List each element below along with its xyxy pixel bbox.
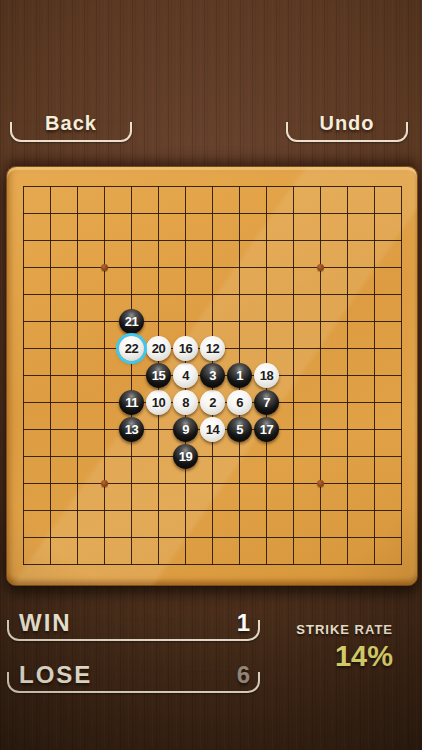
- stone-move-number: 13: [125, 422, 138, 437]
- stone-5-black: 5: [227, 417, 252, 442]
- star-point: [101, 264, 108, 271]
- back-button-bracket: [10, 122, 132, 142]
- game-screen: Back Undo 123456789101112131415161718192…: [0, 0, 422, 750]
- win-bracket: [7, 620, 260, 641]
- stone-move-number: 16: [179, 341, 192, 356]
- stone-18-white: 18: [254, 363, 279, 388]
- stone-6-white: 6: [227, 390, 252, 415]
- stone-move-number: 21: [125, 314, 138, 329]
- back-button[interactable]: Back: [10, 115, 132, 142]
- stone-move-number: 12: [206, 341, 219, 356]
- stone-move-number: 9: [182, 422, 189, 437]
- stone-move-number: 2: [209, 395, 216, 410]
- stone-20-white: 20: [146, 336, 171, 361]
- stone-move-number: 7: [263, 395, 270, 410]
- stone-move-number: 15: [152, 368, 165, 383]
- stone-move-number: 8: [182, 395, 189, 410]
- star-point: [317, 480, 324, 487]
- stone-move-number: 1: [236, 368, 243, 383]
- undo-button-bracket: [286, 122, 408, 142]
- stone-move-number: 14: [206, 422, 219, 437]
- lose-stat-row: LOSE 6: [7, 661, 260, 693]
- stone-15-black: 15: [146, 363, 171, 388]
- stone-move-number: 18: [260, 368, 273, 383]
- stone-16-white: 16: [173, 336, 198, 361]
- stone-move-number: 5: [236, 422, 243, 437]
- stone-8-white: 8: [173, 390, 198, 415]
- stone-4-white: 4: [173, 363, 198, 388]
- stone-move-number: 20: [152, 341, 165, 356]
- stone-move-number: 10: [152, 395, 165, 410]
- stone-move-number: 11: [125, 395, 138, 410]
- stone-12-white: 12: [200, 336, 225, 361]
- stone-move-number: 3: [209, 368, 216, 383]
- stone-2-white: 2: [200, 390, 225, 415]
- stone-9-black: 9: [173, 417, 198, 442]
- stone-21-black: 21: [119, 309, 144, 334]
- undo-button[interactable]: Undo: [286, 115, 408, 142]
- stone-move-number: 4: [182, 368, 189, 383]
- strike-rate-block: STRIKE RATE 14%: [277, 622, 395, 673]
- stone-move-number: 6: [236, 395, 243, 410]
- strike-rate-value: 14%: [277, 640, 395, 673]
- star-point: [317, 264, 324, 271]
- stone-3-black: 3: [200, 363, 225, 388]
- strike-rate-label: STRIKE RATE: [277, 622, 395, 637]
- lose-bracket: [7, 672, 260, 693]
- gomoku-board[interactable]: 12345678910111213141516171819202122: [6, 166, 418, 586]
- stone-move-number: 22: [125, 341, 138, 356]
- stone-13-black: 13: [119, 417, 144, 442]
- stone-10-white: 10: [146, 390, 171, 415]
- win-stat-row: WIN 1: [7, 609, 260, 641]
- stone-1-black: 1: [227, 363, 252, 388]
- star-point: [101, 480, 108, 487]
- stone-17-black: 17: [254, 417, 279, 442]
- stone-7-black: 7: [254, 390, 279, 415]
- stone-move-number: 19: [179, 449, 192, 464]
- stone-22-white: 22: [119, 336, 144, 361]
- stone-11-black: 11: [119, 390, 144, 415]
- stone-19-black: 19: [173, 444, 198, 469]
- stone-move-number: 17: [260, 422, 273, 437]
- stone-14-white: 14: [200, 417, 225, 442]
